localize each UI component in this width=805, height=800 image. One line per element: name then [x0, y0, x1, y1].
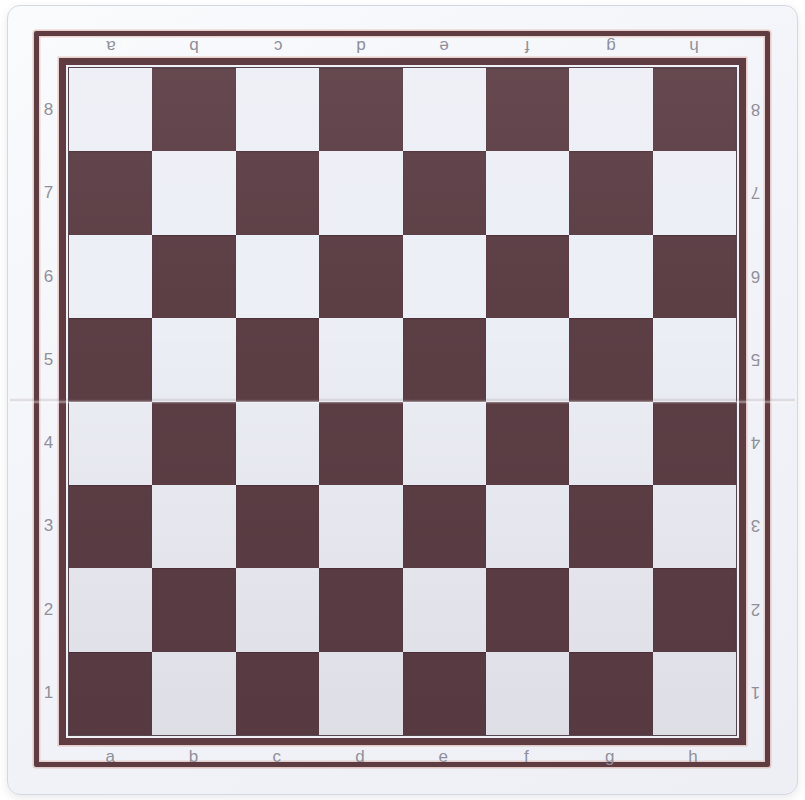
square-a8 — [69, 68, 152, 151]
square-g8 — [569, 68, 652, 151]
file-label-bottom-h: h — [652, 746, 735, 767]
rank-label-right-8: 8 — [745, 68, 765, 151]
square-h1 — [653, 652, 736, 735]
square-f6 — [486, 235, 569, 318]
square-h5 — [653, 318, 736, 401]
square-d8 — [319, 68, 402, 151]
square-f8 — [486, 68, 569, 151]
file-label-top-b: b — [152, 36, 235, 57]
rank-label-right-7: 7 — [745, 151, 765, 234]
file-label-top-c: c — [236, 36, 319, 57]
square-f2 — [486, 568, 569, 651]
square-d3 — [319, 485, 402, 568]
inner-frame-thin-line — [68, 67, 737, 736]
square-a4 — [69, 402, 152, 485]
square-b1 — [152, 652, 235, 735]
square-e7 — [403, 151, 486, 234]
rank-label-right-5: 5 — [745, 318, 765, 401]
rank-label-left-7: 7 — [39, 151, 59, 234]
rank-label-left-2: 2 — [39, 568, 59, 651]
square-c3 — [236, 485, 319, 568]
rank-labels-right: 87654321 — [745, 68, 765, 734]
file-label-bottom-d: d — [319, 746, 402, 767]
square-e5 — [403, 318, 486, 401]
square-g6 — [569, 235, 652, 318]
square-a1 — [69, 652, 152, 735]
square-h2 — [653, 568, 736, 651]
square-c2 — [236, 568, 319, 651]
square-g7 — [569, 151, 652, 234]
playing-field — [69, 68, 736, 735]
inner-frame — [59, 58, 746, 745]
rank-label-left-8: 8 — [39, 68, 59, 151]
rank-label-left-1: 1 — [39, 651, 59, 734]
square-d1 — [319, 652, 402, 735]
square-e8 — [403, 68, 486, 151]
file-label-top-d: d — [319, 36, 402, 57]
square-b4 — [152, 402, 235, 485]
square-a3 — [69, 485, 152, 568]
rank-label-right-3: 3 — [745, 484, 765, 567]
square-a5 — [69, 318, 152, 401]
rank-label-right-2: 2 — [745, 568, 765, 651]
square-c5 — [236, 318, 319, 401]
square-h8 — [653, 68, 736, 151]
square-c4 — [236, 402, 319, 485]
file-labels-top: abcdefgh — [69, 36, 735, 57]
rank-label-left-6: 6 — [39, 235, 59, 318]
square-c6 — [236, 235, 319, 318]
file-label-bottom-f: f — [485, 746, 568, 767]
square-c7 — [236, 151, 319, 234]
file-label-bottom-e: e — [402, 746, 485, 767]
file-label-top-e: e — [402, 36, 485, 57]
square-g5 — [569, 318, 652, 401]
rank-labels-left: 87654321 — [39, 68, 59, 734]
file-label-top-g: g — [569, 36, 652, 57]
square-e1 — [403, 652, 486, 735]
square-d2 — [319, 568, 402, 651]
square-g1 — [569, 652, 652, 735]
square-e6 — [403, 235, 486, 318]
square-f1 — [486, 652, 569, 735]
square-b3 — [152, 485, 235, 568]
square-h4 — [653, 402, 736, 485]
square-a7 — [69, 151, 152, 234]
rank-label-left-4: 4 — [39, 401, 59, 484]
square-b6 — [152, 235, 235, 318]
square-f5 — [486, 318, 569, 401]
square-c1 — [236, 652, 319, 735]
square-g3 — [569, 485, 652, 568]
square-g2 — [569, 568, 652, 651]
rank-label-right-6: 6 — [745, 235, 765, 318]
square-e4 — [403, 402, 486, 485]
file-label-bottom-b: b — [152, 746, 235, 767]
file-label-top-a: a — [69, 36, 152, 57]
rank-label-left-5: 5 — [39, 318, 59, 401]
rank-label-right-4: 4 — [745, 401, 765, 484]
rank-label-right-1: 1 — [745, 651, 765, 734]
square-d6 — [319, 235, 402, 318]
board-photo: abcdefgh abcdefgh 87654321 87654321 — [0, 0, 805, 800]
square-h6 — [653, 235, 736, 318]
square-e3 — [403, 485, 486, 568]
square-c8 — [236, 68, 319, 151]
square-e2 — [403, 568, 486, 651]
square-f7 — [486, 151, 569, 234]
square-b8 — [152, 68, 235, 151]
square-a2 — [69, 568, 152, 651]
square-h7 — [653, 151, 736, 234]
square-b2 — [152, 568, 235, 651]
file-labels-bottom: abcdefgh — [69, 746, 735, 767]
file-label-top-f: f — [485, 36, 568, 57]
rank-label-left-3: 3 — [39, 484, 59, 567]
square-f4 — [486, 402, 569, 485]
square-d7 — [319, 151, 402, 234]
chessboard: abcdefgh abcdefgh 87654321 87654321 — [7, 5, 798, 795]
square-d5 — [319, 318, 402, 401]
file-label-bottom-g: g — [569, 746, 652, 767]
square-a6 — [69, 235, 152, 318]
file-label-bottom-a: a — [69, 746, 152, 767]
square-f3 — [486, 485, 569, 568]
square-h3 — [653, 485, 736, 568]
file-label-top-h: h — [652, 36, 735, 57]
square-b7 — [152, 151, 235, 234]
square-d4 — [319, 402, 402, 485]
square-g4 — [569, 402, 652, 485]
file-label-bottom-c: c — [236, 746, 319, 767]
square-b5 — [152, 318, 235, 401]
